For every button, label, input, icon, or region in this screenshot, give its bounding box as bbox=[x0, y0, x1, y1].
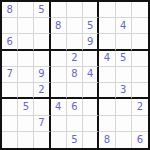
sudoku-cell-empty[interactable] bbox=[2, 99, 18, 115]
sudoku-cell-given: 5 bbox=[18, 99, 34, 115]
sudoku-cell-empty[interactable] bbox=[83, 83, 99, 99]
sudoku-cell-given: 5 bbox=[34, 2, 50, 18]
sudoku-cell-empty[interactable] bbox=[18, 116, 34, 132]
sudoku-cell-empty[interactable] bbox=[99, 116, 115, 132]
sudoku-cell-empty[interactable] bbox=[51, 2, 67, 18]
sudoku-cell-empty[interactable] bbox=[99, 18, 115, 34]
sudoku-cell-empty[interactable] bbox=[67, 2, 83, 18]
sudoku-cell-empty[interactable] bbox=[18, 18, 34, 34]
sudoku-cell-empty[interactable] bbox=[132, 18, 148, 34]
sudoku-cell-empty[interactable] bbox=[99, 34, 115, 50]
sudoku-cell-empty[interactable] bbox=[34, 34, 50, 50]
sudoku-cell-empty[interactable] bbox=[83, 2, 99, 18]
sudoku-cell-empty[interactable] bbox=[99, 83, 115, 99]
sudoku-cell-empty[interactable] bbox=[83, 116, 99, 132]
sudoku-cell-empty[interactable] bbox=[34, 51, 50, 67]
sudoku-cell-empty[interactable] bbox=[67, 34, 83, 50]
sudoku-cell-given: 2 bbox=[34, 83, 50, 99]
sudoku-cell-empty[interactable] bbox=[51, 132, 67, 148]
sudoku-cell-empty[interactable] bbox=[132, 34, 148, 50]
sudoku-cell-empty[interactable] bbox=[2, 83, 18, 99]
sudoku-cell-empty[interactable] bbox=[51, 51, 67, 67]
sudoku-cell-empty[interactable] bbox=[132, 51, 148, 67]
sudoku-cell-empty[interactable] bbox=[116, 132, 132, 148]
sudoku-cell-empty[interactable] bbox=[116, 116, 132, 132]
sudoku-cell-empty[interactable] bbox=[67, 18, 83, 34]
sudoku-cell-empty[interactable] bbox=[116, 34, 132, 50]
sudoku-cell-given: 6 bbox=[132, 132, 148, 148]
sudoku-cell-empty[interactable] bbox=[34, 99, 50, 115]
sudoku-cell-empty[interactable] bbox=[34, 132, 50, 148]
sudoku-cell-empty[interactable] bbox=[67, 83, 83, 99]
sudoku-cell-empty[interactable] bbox=[116, 99, 132, 115]
sudoku-cell-given: 4 bbox=[99, 51, 115, 67]
sudoku-cell-given: 9 bbox=[83, 34, 99, 50]
sudoku-cell-empty[interactable] bbox=[132, 67, 148, 83]
sudoku-cell-empty[interactable] bbox=[18, 83, 34, 99]
sudoku-cell-given: 2 bbox=[132, 99, 148, 115]
sudoku-cell-empty[interactable] bbox=[83, 132, 99, 148]
sudoku-cell-given: 8 bbox=[99, 132, 115, 148]
sudoku-cell-empty[interactable] bbox=[2, 132, 18, 148]
sudoku-cell-empty[interactable] bbox=[2, 51, 18, 67]
sudoku-cell-empty[interactable] bbox=[34, 18, 50, 34]
sudoku-cell-given: 5 bbox=[67, 132, 83, 148]
sudoku-cell-given: 8 bbox=[51, 18, 67, 34]
sudoku-cell-given: 8 bbox=[67, 67, 83, 83]
sudoku-cell-empty[interactable] bbox=[51, 67, 67, 83]
sudoku-cell-given: 3 bbox=[116, 83, 132, 99]
sudoku-cell-empty[interactable] bbox=[18, 34, 34, 50]
sudoku-cell-empty[interactable] bbox=[83, 99, 99, 115]
sudoku-cell-empty[interactable] bbox=[67, 116, 83, 132]
sudoku-cell-given: 5 bbox=[116, 51, 132, 67]
sudoku-cell-empty[interactable] bbox=[83, 51, 99, 67]
sudoku-cell-empty[interactable] bbox=[18, 51, 34, 67]
sudoku-cell-empty[interactable] bbox=[99, 67, 115, 83]
sudoku-cell-empty[interactable] bbox=[116, 67, 132, 83]
sudoku-cell-empty[interactable] bbox=[132, 83, 148, 99]
sudoku-cell-empty[interactable] bbox=[2, 116, 18, 132]
sudoku-cell-empty[interactable] bbox=[2, 18, 18, 34]
sudoku-cell-empty[interactable] bbox=[99, 99, 115, 115]
sudoku-cell-given: 7 bbox=[34, 116, 50, 132]
sudoku-cell-empty[interactable] bbox=[18, 2, 34, 18]
sudoku-cell-given: 8 bbox=[2, 2, 18, 18]
sudoku-cell-given: 2 bbox=[67, 51, 83, 67]
sudoku-cell-given: 6 bbox=[67, 99, 83, 115]
sudoku-cell-empty[interactable] bbox=[18, 132, 34, 148]
sudoku-board: 858546924579842354627586 bbox=[0, 0, 150, 150]
sudoku-cell-empty[interactable] bbox=[51, 34, 67, 50]
sudoku-cell-given: 7 bbox=[2, 67, 18, 83]
sudoku-cell-given: 6 bbox=[2, 34, 18, 50]
sudoku-cell-given: 9 bbox=[34, 67, 50, 83]
sudoku-cell-given: 4 bbox=[51, 99, 67, 115]
sudoku-cell-given: 5 bbox=[83, 18, 99, 34]
sudoku-cell-given: 4 bbox=[116, 18, 132, 34]
sudoku-cell-empty[interactable] bbox=[18, 67, 34, 83]
sudoku-cell-empty[interactable] bbox=[132, 2, 148, 18]
sudoku-cell-empty[interactable] bbox=[51, 116, 67, 132]
sudoku-cell-given: 4 bbox=[83, 67, 99, 83]
sudoku-cell-empty[interactable] bbox=[99, 2, 115, 18]
sudoku-cell-empty[interactable] bbox=[51, 83, 67, 99]
sudoku-cell-empty[interactable] bbox=[132, 116, 148, 132]
sudoku-cell-empty[interactable] bbox=[116, 2, 132, 18]
